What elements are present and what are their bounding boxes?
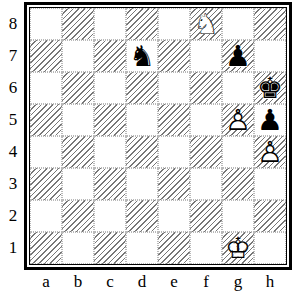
square-b5[interactable] — [62, 104, 94, 136]
square-b4[interactable] — [62, 136, 94, 168]
black-pawn-icon: ♟ — [257, 106, 283, 135]
square-e5[interactable] — [158, 104, 190, 136]
white-knight-icon: ♘ — [193, 10, 219, 39]
square-d8[interactable] — [126, 8, 158, 40]
square-d1[interactable] — [126, 232, 158, 264]
square-f8[interactable]: ♞♘ — [190, 8, 222, 40]
square-g6[interactable] — [222, 72, 254, 104]
black-pawn-g7[interactable]: ♟♟ — [222, 40, 254, 72]
square-a3[interactable] — [30, 168, 62, 200]
square-d4[interactable] — [126, 136, 158, 168]
square-g8[interactable] — [222, 8, 254, 40]
square-h2[interactable] — [254, 200, 286, 232]
square-h1[interactable] — [254, 232, 286, 264]
square-f7[interactable] — [190, 40, 222, 72]
square-h6[interactable]: ♚♚ — [254, 72, 286, 104]
chess-diagram: 87654321 ♞♘♞♞♟♟♚♚♟♙♟♟♟♙♚♔ abcdefgh — [0, 0, 300, 300]
square-c5[interactable] — [94, 104, 126, 136]
black-knight-d7[interactable]: ♞♞ — [126, 40, 158, 72]
rank-label-1: 1 — [4, 232, 22, 264]
file-label-g: g — [222, 272, 254, 292]
square-g7[interactable]: ♟♟ — [222, 40, 254, 72]
square-h5[interactable]: ♟♟ — [254, 104, 286, 136]
square-g4[interactable] — [222, 136, 254, 168]
white-king-icon: ♔ — [225, 234, 251, 263]
square-c6[interactable] — [94, 72, 126, 104]
black-pawn-h5[interactable]: ♟♟ — [254, 104, 286, 136]
chess-board: ♞♘♞♞♟♟♚♚♟♙♟♟♟♙♚♔ — [24, 2, 292, 270]
black-king-h6[interactable]: ♚♚ — [254, 72, 286, 104]
file-label-a: a — [30, 272, 62, 292]
square-d7[interactable]: ♞♞ — [126, 40, 158, 72]
square-h3[interactable] — [254, 168, 286, 200]
square-e4[interactable] — [158, 136, 190, 168]
square-b1[interactable] — [62, 232, 94, 264]
rank-label-2: 2 — [4, 200, 22, 232]
square-c3[interactable] — [94, 168, 126, 200]
square-b6[interactable] — [62, 72, 94, 104]
file-label-d: d — [126, 272, 158, 292]
black-pawn-icon: ♟ — [225, 42, 251, 71]
square-d6[interactable] — [126, 72, 158, 104]
square-g2[interactable] — [222, 200, 254, 232]
rank-label-3: 3 — [4, 168, 22, 200]
square-b2[interactable] — [62, 200, 94, 232]
square-e1[interactable] — [158, 232, 190, 264]
black-king-icon: ♚ — [257, 74, 283, 103]
square-a4[interactable] — [30, 136, 62, 168]
rank-label-4: 4 — [4, 136, 22, 168]
square-b3[interactable] — [62, 168, 94, 200]
square-f3[interactable] — [190, 168, 222, 200]
square-g5[interactable]: ♟♙ — [222, 104, 254, 136]
white-knight-f8[interactable]: ♞♘ — [190, 8, 222, 40]
square-f4[interactable] — [190, 136, 222, 168]
file-label-c: c — [94, 272, 126, 292]
square-c8[interactable] — [94, 8, 126, 40]
square-a8[interactable] — [30, 8, 62, 40]
square-a7[interactable] — [30, 40, 62, 72]
white-pawn-icon: ♙ — [257, 138, 283, 167]
square-c7[interactable] — [94, 40, 126, 72]
rank-label-7: 7 — [4, 40, 22, 72]
square-e3[interactable] — [158, 168, 190, 200]
rank-label-6: 6 — [4, 72, 22, 104]
square-h7[interactable] — [254, 40, 286, 72]
square-e7[interactable] — [158, 40, 190, 72]
square-g3[interactable] — [222, 168, 254, 200]
square-a2[interactable] — [30, 200, 62, 232]
square-a1[interactable] — [30, 232, 62, 264]
square-e8[interactable] — [158, 8, 190, 40]
square-f6[interactable] — [190, 72, 222, 104]
file-label-f: f — [190, 272, 222, 292]
square-d2[interactable] — [126, 200, 158, 232]
square-h8[interactable] — [254, 8, 286, 40]
square-a6[interactable] — [30, 72, 62, 104]
white-pawn-icon: ♙ — [225, 106, 251, 135]
square-a5[interactable] — [30, 104, 62, 136]
rank-label-5: 5 — [4, 104, 22, 136]
square-h4[interactable]: ♟♙ — [254, 136, 286, 168]
file-label-b: b — [62, 272, 94, 292]
square-c4[interactable] — [94, 136, 126, 168]
file-label-e: e — [158, 272, 190, 292]
square-e2[interactable] — [158, 200, 190, 232]
rank-label-8: 8 — [4, 8, 22, 40]
square-d3[interactable] — [126, 168, 158, 200]
file-label-h: h — [254, 272, 286, 292]
square-e6[interactable] — [158, 72, 190, 104]
white-pawn-h4[interactable]: ♟♙ — [254, 136, 286, 168]
square-b8[interactable] — [62, 8, 94, 40]
square-g1[interactable]: ♚♔ — [222, 232, 254, 264]
board-grid: ♞♘♞♞♟♟♚♚♟♙♟♟♟♙♚♔ — [30, 8, 286, 264]
rank-labels: 87654321 — [4, 8, 22, 264]
black-knight-icon: ♞ — [129, 42, 155, 71]
square-f5[interactable] — [190, 104, 222, 136]
square-c1[interactable] — [94, 232, 126, 264]
file-labels: abcdefgh — [30, 272, 286, 292]
square-c2[interactable] — [94, 200, 126, 232]
white-pawn-g5[interactable]: ♟♙ — [222, 104, 254, 136]
square-d5[interactable] — [126, 104, 158, 136]
board-inner-border: ♞♘♞♞♟♟♚♚♟♙♟♟♟♙♚♔ — [29, 7, 287, 265]
square-b7[interactable] — [62, 40, 94, 72]
square-f1[interactable] — [190, 232, 222, 264]
white-king-g1[interactable]: ♚♔ — [222, 232, 254, 264]
square-f2[interactable] — [190, 200, 222, 232]
